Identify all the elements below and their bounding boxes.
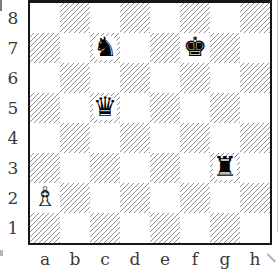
square-b2[interactable] <box>60 183 90 213</box>
square-g2[interactable] <box>210 183 240 213</box>
square-g6[interactable] <box>210 63 240 93</box>
square-g1[interactable] <box>210 213 240 243</box>
square-e6[interactable] <box>150 63 180 93</box>
square-e8[interactable] <box>150 3 180 33</box>
square-b3[interactable] <box>60 153 90 183</box>
file-labels: abcdefgh <box>30 246 270 272</box>
black-queen-piece[interactable]: ♛ <box>93 92 117 122</box>
black-rook-piece[interactable]: ♜ <box>213 152 237 182</box>
file-label-c: c <box>90 246 120 272</box>
file-label-g: g <box>210 246 240 272</box>
square-b5[interactable] <box>60 93 90 123</box>
square-d4[interactable] <box>120 123 150 153</box>
square-f8[interactable] <box>180 3 210 33</box>
square-e5[interactable] <box>150 93 180 123</box>
square-d8[interactable] <box>120 3 150 33</box>
piece-container: ♞ <box>90 33 120 63</box>
square-b7[interactable] <box>60 33 90 63</box>
rank-label-6: 6 <box>0 63 26 93</box>
square-c1[interactable] <box>90 213 120 243</box>
file-label-f: f <box>180 246 210 272</box>
square-g7[interactable] <box>210 33 240 63</box>
square-a8[interactable] <box>30 3 60 33</box>
piece-container: ♚ <box>180 33 210 63</box>
square-f3[interactable] <box>180 153 210 183</box>
square-a4[interactable] <box>30 123 60 153</box>
square-b4[interactable] <box>60 123 90 153</box>
square-e3[interactable] <box>150 153 180 183</box>
square-e1[interactable] <box>150 213 180 243</box>
chess-board: ♞♚♛♜♗ <box>30 3 270 243</box>
square-g5[interactable] <box>210 93 240 123</box>
square-g8[interactable] <box>210 3 240 33</box>
square-f2[interactable] <box>180 183 210 213</box>
square-g4[interactable] <box>210 123 240 153</box>
file-label-b: b <box>60 246 90 272</box>
square-g3[interactable]: ♜ <box>210 153 240 183</box>
square-c4[interactable] <box>90 123 120 153</box>
piece-container: ♜ <box>210 153 240 183</box>
square-c3[interactable] <box>90 153 120 183</box>
chess-diagram-page: 87654321 ♞♚♛♜♗ abcdefgh <box>0 0 279 279</box>
rank-labels: 87654321 <box>0 3 26 243</box>
black-knight-piece[interactable]: ♞ <box>93 32 117 62</box>
square-d2[interactable] <box>120 183 150 213</box>
square-e7[interactable] <box>150 33 180 63</box>
rank-label-8: 8 <box>0 3 26 33</box>
square-c8[interactable] <box>90 3 120 33</box>
square-h5[interactable] <box>240 93 270 123</box>
square-d1[interactable] <box>120 213 150 243</box>
square-f6[interactable] <box>180 63 210 93</box>
square-h3[interactable] <box>240 153 270 183</box>
file-label-e: e <box>150 246 180 272</box>
square-b6[interactable] <box>60 63 90 93</box>
scan-artifact-tick <box>0 0 2 11</box>
square-f1[interactable] <box>180 213 210 243</box>
square-d7[interactable] <box>120 33 150 63</box>
square-d5[interactable] <box>120 93 150 123</box>
square-a7[interactable] <box>30 33 60 63</box>
square-e2[interactable] <box>150 183 180 213</box>
rank-label-3: 3 <box>0 153 26 183</box>
square-c5[interactable]: ♛ <box>90 93 120 123</box>
scan-artifact-line <box>277 0 279 232</box>
square-f4[interactable] <box>180 123 210 153</box>
square-e4[interactable] <box>150 123 180 153</box>
square-c6[interactable] <box>90 63 120 93</box>
square-d6[interactable] <box>120 63 150 93</box>
square-h7[interactable] <box>240 33 270 63</box>
square-a2[interactable]: ♗ <box>30 183 60 213</box>
square-a3[interactable] <box>30 153 60 183</box>
piece-container: ♛ <box>90 93 120 123</box>
square-d3[interactable] <box>120 153 150 183</box>
square-c2[interactable] <box>90 183 120 213</box>
file-label-a: a <box>30 246 60 272</box>
rank-label-5: 5 <box>0 93 26 123</box>
square-h2[interactable] <box>240 183 270 213</box>
square-h8[interactable] <box>240 3 270 33</box>
rank-label-7: 7 <box>0 33 26 63</box>
square-h4[interactable] <box>240 123 270 153</box>
square-a5[interactable] <box>30 93 60 123</box>
square-h1[interactable] <box>240 213 270 243</box>
file-label-d: d <box>120 246 150 272</box>
square-h6[interactable] <box>240 63 270 93</box>
square-a1[interactable] <box>30 213 60 243</box>
white-bishop-piece[interactable]: ♗ <box>33 182 57 212</box>
scan-artifact-tick <box>0 250 3 256</box>
rank-label-4: 4 <box>0 123 26 153</box>
piece-container: ♗ <box>30 183 60 213</box>
square-b8[interactable] <box>60 3 90 33</box>
square-b1[interactable] <box>60 213 90 243</box>
board-frame: ♞♚♛♜♗ <box>28 0 272 245</box>
black-king-piece[interactable]: ♚ <box>183 32 207 62</box>
square-c7[interactable]: ♞ <box>90 33 120 63</box>
square-a6[interactable] <box>30 63 60 93</box>
rank-label-1: 1 <box>0 213 26 243</box>
file-label-h: h <box>240 246 270 272</box>
rank-label-2: 2 <box>0 183 26 213</box>
square-f7[interactable]: ♚ <box>180 33 210 63</box>
square-f5[interactable] <box>180 93 210 123</box>
